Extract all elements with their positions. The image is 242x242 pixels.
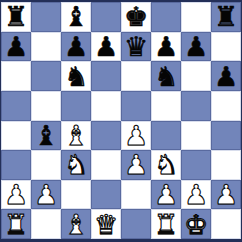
white-king[interactable]: ♚ [181,209,211,239]
square-g6[interactable] [181,61,211,91]
square-f3[interactable]: ♞ [151,150,181,180]
black-pawn[interactable]: ♟ [181,32,211,62]
square-c8[interactable]: ♝ [61,2,91,32]
square-f6[interactable]: ♞ [151,61,181,91]
black-pawn[interactable]: ♟ [211,61,241,91]
black-pawn[interactable]: ♟ [1,32,31,62]
square-g1[interactable]: ♚ [181,209,211,239]
black-queen[interactable]: ♛ [121,32,151,62]
square-h4[interactable] [211,121,241,151]
square-a6[interactable] [1,61,31,91]
square-g2[interactable]: ♟ [181,180,211,210]
square-e7[interactable]: ♛ [121,32,151,62]
square-e6[interactable] [121,61,151,91]
square-b1[interactable] [31,209,61,239]
square-g8[interactable] [181,2,211,32]
white-knight[interactable]: ♞ [61,150,91,180]
square-d4[interactable] [91,121,121,151]
square-g5[interactable] [181,91,211,121]
black-king[interactable]: ♚ [121,2,151,32]
square-e3[interactable]: ♟ [121,150,151,180]
square-a4[interactable] [1,121,31,151]
square-b2[interactable]: ♟ [31,180,61,210]
square-d6[interactable] [91,61,121,91]
white-bishop[interactable]: ♝ [61,121,91,151]
square-b8[interactable] [31,2,61,32]
square-e2[interactable] [121,180,151,210]
square-b4[interactable]: ♝ [31,121,61,151]
square-f4[interactable] [151,121,181,151]
square-c1[interactable]: ♝ [61,209,91,239]
square-d2[interactable] [91,180,121,210]
black-rook[interactable]: ♜ [211,2,241,32]
square-a1[interactable]: ♜ [1,209,31,239]
black-pawn[interactable]: ♟ [91,32,121,62]
white-queen[interactable]: ♛ [91,209,121,239]
square-c2[interactable] [61,180,91,210]
white-pawn[interactable]: ♟ [121,121,151,151]
square-d8[interactable] [91,2,121,32]
square-d3[interactable] [91,150,121,180]
chessboard-container: ♜♝♚♜♟♟♟♛♟♟♞♞♟♝♝♟♞♟♞♟♟♟♟♟♜♝♛♜♚ [0,0,242,242]
square-h3[interactable] [211,150,241,180]
square-b6[interactable] [31,61,61,91]
square-h8[interactable]: ♜ [211,2,241,32]
white-bishop[interactable]: ♝ [61,209,91,239]
white-rook[interactable]: ♜ [151,209,181,239]
square-c7[interactable]: ♟ [61,32,91,62]
square-b3[interactable] [31,150,61,180]
square-c6[interactable]: ♞ [61,61,91,91]
square-a2[interactable]: ♟ [1,180,31,210]
white-knight[interactable]: ♞ [151,150,181,180]
square-f5[interactable] [151,91,181,121]
square-c3[interactable]: ♞ [61,150,91,180]
white-pawn[interactable]: ♟ [151,180,181,210]
square-c4[interactable]: ♝ [61,121,91,151]
square-h2[interactable]: ♟ [211,180,241,210]
black-pawn[interactable]: ♟ [151,32,181,62]
square-e4[interactable]: ♟ [121,121,151,151]
square-b5[interactable] [31,91,61,121]
black-pawn[interactable]: ♟ [61,32,91,62]
square-a8[interactable]: ♜ [1,2,31,32]
black-bishop[interactable]: ♝ [61,2,91,32]
black-rook[interactable]: ♜ [1,2,31,32]
square-d7[interactable]: ♟ [91,32,121,62]
square-c5[interactable] [61,91,91,121]
square-e8[interactable]: ♚ [121,2,151,32]
square-h1[interactable] [211,209,241,239]
square-g7[interactable]: ♟ [181,32,211,62]
white-pawn[interactable]: ♟ [1,180,31,210]
square-d1[interactable]: ♛ [91,209,121,239]
square-g3[interactable] [181,150,211,180]
square-f7[interactable]: ♟ [151,32,181,62]
square-e1[interactable] [121,209,151,239]
square-f8[interactable] [151,2,181,32]
chess-board: ♜♝♚♜♟♟♟♛♟♟♞♞♟♝♝♟♞♟♞♟♟♟♟♟♜♝♛♜♚ [0,0,242,242]
white-pawn[interactable]: ♟ [31,180,61,210]
square-h5[interactable] [211,91,241,121]
square-e5[interactable] [121,91,151,121]
black-knight[interactable]: ♞ [61,61,91,91]
square-a7[interactable]: ♟ [1,32,31,62]
square-h6[interactable]: ♟ [211,61,241,91]
square-h7[interactable] [211,32,241,62]
black-knight[interactable]: ♞ [151,61,181,91]
white-pawn[interactable]: ♟ [181,180,211,210]
square-f1[interactable]: ♜ [151,209,181,239]
white-rook[interactable]: ♜ [1,209,31,239]
white-pawn[interactable]: ♟ [121,150,151,180]
square-a5[interactable] [1,91,31,121]
square-b7[interactable] [31,32,61,62]
square-g4[interactable] [181,121,211,151]
white-pawn[interactable]: ♟ [211,180,241,210]
black-bishop[interactable]: ♝ [31,121,61,151]
square-f2[interactable]: ♟ [151,180,181,210]
square-a3[interactable] [1,150,31,180]
square-d5[interactable] [91,91,121,121]
